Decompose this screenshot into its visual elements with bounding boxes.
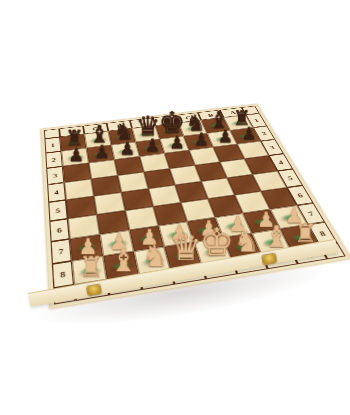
piece-light-knight-f8[interactable]: ♞ bbox=[141, 241, 168, 271]
square-c2[interactable]: ♟ bbox=[184, 133, 214, 150]
piece-dark-pawn-f2[interactable]: ♟ bbox=[119, 140, 135, 158]
square-h3[interactable] bbox=[63, 163, 91, 183]
square-e4[interactable] bbox=[144, 169, 175, 189]
rank-label-left-3: 3 bbox=[46, 166, 64, 184]
piece-dark-pawn-c2[interactable]: ♟ bbox=[193, 131, 209, 149]
piece-light-queen-e8[interactable]: ♛ bbox=[170, 231, 202, 266]
piece-dark-pawn-e2[interactable]: ♟ bbox=[144, 137, 160, 155]
piece-light-rook-h8[interactable]: ♜ bbox=[78, 254, 103, 282]
brass-latch-left bbox=[87, 284, 101, 295]
square-e2[interactable]: ♟ bbox=[136, 139, 165, 156]
square-a5[interactable] bbox=[252, 171, 286, 191]
piece-light-bishop-g8[interactable]: ♝ bbox=[109, 245, 137, 276]
square-f5[interactable] bbox=[121, 189, 153, 211]
square-g3[interactable] bbox=[89, 160, 118, 179]
piece-dark-pawn-b2[interactable]: ♟ bbox=[217, 128, 233, 145]
brass-latch-right bbox=[262, 254, 276, 265]
square-d2[interactable]: ♟ bbox=[160, 136, 189, 153]
rank-label-left-4: 4 bbox=[47, 182, 66, 202]
rank-label-left-8: 8 bbox=[52, 261, 74, 288]
piece-dark-pawn-d2[interactable]: ♟ bbox=[169, 134, 185, 152]
photo-canvas: HGFEDCBA1♜♝♞♛♚♞♝♜12♟♟♟♟♟♟♟♟2334455667♟♟♟… bbox=[0, 0, 350, 415]
piece-dark-pawn-h2[interactable]: ♟ bbox=[68, 146, 84, 164]
piece-dark-pawn-g2[interactable]: ♟ bbox=[93, 143, 109, 161]
piece-dark-pawn-a2[interactable]: ♟ bbox=[241, 125, 256, 142]
piece-light-king-d8[interactable]: ♚ bbox=[199, 223, 233, 261]
rank-label-left-7: 7 bbox=[51, 239, 72, 264]
square-f2[interactable]: ♟ bbox=[111, 142, 139, 160]
square-b2[interactable]: ♟ bbox=[207, 130, 237, 147]
